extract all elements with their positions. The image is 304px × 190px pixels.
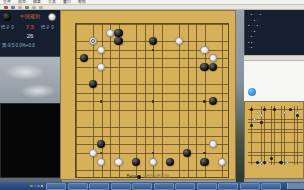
taskbar-window-button[interactable] <box>89 183 109 190</box>
black-stone <box>114 29 122 37</box>
black-stone <box>114 37 122 45</box>
star-point <box>100 100 102 102</box>
board-caption: BetaW86%/B10% <box>61 174 235 179</box>
white-stone <box>97 63 105 71</box>
black-stone <box>200 158 208 166</box>
taskbar-window-button[interactable] <box>218 183 238 190</box>
menu-item[interactable]: 窗口 <box>63 0 71 4</box>
taskbar-window-button[interactable] <box>154 183 174 190</box>
white-stone <box>89 149 97 157</box>
white-stone <box>200 46 208 54</box>
toolbar-icon[interactable] <box>18 6 22 9</box>
taskbar-window-button[interactable] <box>261 183 281 190</box>
main-board-window: BetaW86%/B10% <box>60 10 236 180</box>
mini-board-window[interactable] <box>244 101 304 179</box>
mini-white-stone <box>256 164 259 167</box>
mini-black-stone <box>273 108 276 111</box>
taskbar-window-button[interactable] <box>68 183 88 190</box>
toolbar-icon[interactable] <box>39 6 43 9</box>
toolbar-icon[interactable] <box>32 6 36 9</box>
black-stone <box>166 158 174 166</box>
black-stone <box>209 97 217 105</box>
toolbar-icon[interactable] <box>11 6 15 9</box>
mini-black-stone <box>279 161 282 164</box>
move-tree-row: ·• <box>248 45 304 51</box>
go-board[interactable] <box>75 23 230 178</box>
caption-label: Beta <box>127 174 136 179</box>
taskbar-window-button[interactable] <box>132 183 152 190</box>
rules-label: 中国规则 <box>14 13 46 19</box>
move-tree-panel[interactable]: ·•··•··•·•··•···•·•·••··• <box>244 10 304 55</box>
console-window[interactable] <box>0 103 62 178</box>
black-stone <box>209 63 217 71</box>
toolbar-icon[interactable] <box>25 6 29 9</box>
mini-black-stone <box>250 124 253 127</box>
star-point <box>203 100 205 102</box>
white-stone <box>97 158 105 166</box>
winrate-text: W86%/B10% <box>143 174 170 179</box>
move-number: 26 <box>20 33 40 39</box>
black-stone <box>200 63 208 71</box>
star-point <box>100 152 102 154</box>
mini-white-stone <box>253 118 256 121</box>
taskbar-window-button[interactable] <box>197 183 217 190</box>
taskbar <box>0 182 304 190</box>
evaluation-text: 黑-9.5 0.0%+0.0 <box>2 43 35 48</box>
menu-item[interactable]: 棋盘 <box>33 0 41 4</box>
side-panel-tabs[interactable] <box>244 56 304 61</box>
mini-white-stone <box>256 111 259 114</box>
white-stone <box>114 158 122 166</box>
last-move-marker <box>91 39 95 43</box>
black-stone <box>149 37 157 45</box>
black-stone <box>97 140 105 148</box>
next-move-stone-icon <box>137 175 141 179</box>
menu-item[interactable]: 文件 <box>3 0 11 4</box>
mini-black-stone <box>289 108 292 111</box>
toolbar-icon[interactable] <box>4 6 8 9</box>
taskbar-window-button[interactable] <box>111 183 131 190</box>
white-player-stone-icon <box>48 13 56 21</box>
star-point <box>152 100 154 102</box>
mini-white-stone <box>266 161 269 164</box>
taskbar-window-button[interactable] <box>175 183 195 190</box>
game-info-panel: 中国规则 提子 0 提子 0 7.5 26 黑-9.5 0.0%+0.0 <box>0 10 60 57</box>
black-stone <box>132 158 140 166</box>
menu-item[interactable]: 帮助 <box>78 0 86 4</box>
white-stone <box>149 158 157 166</box>
mini-go-board[interactable] <box>248 106 304 165</box>
white-stone <box>218 158 226 166</box>
mini-white-stone <box>283 111 286 114</box>
white-stone <box>106 29 114 37</box>
mini-black-stone <box>270 157 273 160</box>
side-panel <box>244 55 304 101</box>
mini-black-stone <box>263 108 266 111</box>
black-stone <box>89 80 97 88</box>
mini-white-stone <box>260 114 263 117</box>
taskbar-window-button[interactable] <box>46 183 66 190</box>
white-captures: 提子 0 <box>41 25 54 30</box>
desktop: { "game": "go", "app": { "menu_items": [… <box>0 0 304 190</box>
desktop-wallpaper-sliver <box>236 10 244 182</box>
white-stone <box>175 37 183 45</box>
white-stone <box>209 54 217 62</box>
black-captures: 提子 0 <box>1 25 14 30</box>
komi-value: 7.5 <box>20 24 40 30</box>
black-player-stone-icon <box>3 13 11 21</box>
black-stone <box>80 54 88 62</box>
black-stone <box>183 149 191 157</box>
mini-white-stone <box>260 161 263 164</box>
menu-item[interactable]: 工具 <box>48 0 56 4</box>
menu-item[interactable]: 对局 <box>18 0 26 4</box>
white-stone <box>209 140 217 148</box>
user-avatar-icon[interactable] <box>248 88 256 96</box>
white-stone <box>97 46 105 54</box>
mini-black-stone <box>296 114 299 117</box>
mini-black-stone <box>260 121 263 124</box>
star-point <box>152 152 154 154</box>
star-point <box>152 49 154 51</box>
start-button[interactable] <box>30 185 43 188</box>
star-point <box>203 152 205 154</box>
mini-black-stone <box>250 108 253 111</box>
mini-white-stone <box>286 161 289 164</box>
taskbar-window-button[interactable] <box>240 183 260 190</box>
system-tray[interactable] <box>287 183 304 189</box>
